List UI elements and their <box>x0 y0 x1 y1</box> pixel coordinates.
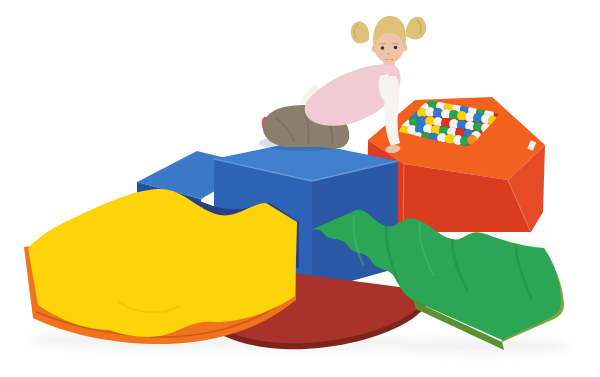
eye-right <box>394 46 398 50</box>
eye-left <box>381 46 385 50</box>
scene-canvas <box>0 0 600 377</box>
nose <box>387 53 389 55</box>
product-photo <box>0 0 600 377</box>
